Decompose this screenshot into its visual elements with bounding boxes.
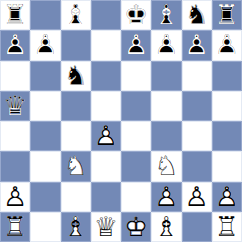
square-a6[interactable]	[0, 61, 30, 91]
piece-black-pawn[interactable]: ♟♙	[0, 30, 30, 60]
square-c6[interactable]: ♞♘	[61, 61, 91, 91]
square-f2[interactable]: ♟♙	[151, 182, 181, 212]
piece-white-knight[interactable]: ♞♘	[151, 151, 181, 181]
piece-glyph-outline: ♘	[64, 151, 88, 181]
square-b7[interactable]: ♟♙	[30, 30, 60, 60]
piece-glyph-outline: ♙	[94, 121, 118, 151]
piece-glyph-outline: ♗	[64, 212, 88, 242]
square-c7[interactable]	[61, 30, 91, 60]
piece-black-knight[interactable]: ♞♘	[61, 61, 91, 91]
square-a2[interactable]: ♟♙	[0, 182, 30, 212]
piece-glyph-outline: ♕	[94, 212, 118, 242]
square-h2[interactable]: ♟♙	[212, 182, 242, 212]
square-h6[interactable]	[212, 61, 242, 91]
piece-black-knight[interactable]: ♞♘	[182, 0, 212, 30]
piece-white-bishop[interactable]: ♝♗	[61, 212, 91, 242]
square-f3[interactable]: ♞♘	[151, 151, 181, 181]
square-g7[interactable]: ♟♙	[182, 30, 212, 60]
piece-white-rook[interactable]: ♜♖	[0, 212, 30, 242]
piece-glyph-outline: ♔	[124, 212, 148, 242]
square-h7[interactable]: ♟♙	[212, 30, 242, 60]
square-c2[interactable]	[61, 182, 91, 212]
square-h1[interactable]: ♜♖	[212, 212, 242, 242]
square-e6[interactable]	[121, 61, 151, 91]
piece-glyph-outline: ♗	[64, 0, 88, 30]
piece-glyph-outline: ♕	[3, 91, 27, 121]
square-a1[interactable]: ♜♖	[0, 212, 30, 242]
piece-glyph-outline: ♙	[185, 30, 209, 60]
piece-white-queen[interactable]: ♛♕	[91, 212, 121, 242]
square-b5[interactable]	[30, 91, 60, 121]
square-g2[interactable]: ♟♙	[182, 182, 212, 212]
square-f5[interactable]	[151, 91, 181, 121]
piece-glyph-outline: ♖	[3, 0, 27, 30]
piece-black-bishop[interactable]: ♝♗	[61, 0, 91, 30]
piece-black-king[interactable]: ♚♔	[121, 0, 151, 30]
square-a5[interactable]: ♛♕	[0, 91, 30, 121]
square-g6[interactable]	[182, 61, 212, 91]
square-d3[interactable]	[91, 151, 121, 181]
piece-black-rook[interactable]: ♜♖	[0, 0, 30, 30]
square-h3[interactable]	[212, 151, 242, 181]
square-b1[interactable]	[30, 212, 60, 242]
piece-black-pawn[interactable]: ♟♙	[121, 30, 151, 60]
square-g3[interactable]	[182, 151, 212, 181]
chess-board: ♜♖♝♗♚♔♝♗♞♘♜♖♟♙♟♙♟♙♟♙♟♙♟♙♞♘♛♕♟♙♞♘♞♘♟♙♟♙♟♙…	[0, 0, 242, 242]
square-g4[interactable]	[182, 121, 212, 151]
square-b2[interactable]	[30, 182, 60, 212]
square-e3[interactable]	[121, 151, 151, 181]
square-e5[interactable]	[121, 91, 151, 121]
square-h8[interactable]: ♜♖	[212, 0, 242, 30]
square-e7[interactable]: ♟♙	[121, 30, 151, 60]
square-f8[interactable]: ♝♗	[151, 0, 181, 30]
piece-glyph-outline: ♖	[3, 212, 27, 242]
square-c8[interactable]: ♝♗	[61, 0, 91, 30]
square-e4[interactable]	[121, 121, 151, 151]
square-d4[interactable]: ♟♙	[91, 121, 121, 151]
piece-white-pawn[interactable]: ♟♙	[182, 182, 212, 212]
square-c1[interactable]: ♝♗	[61, 212, 91, 242]
square-f7[interactable]: ♟♙	[151, 30, 181, 60]
square-d8[interactable]	[91, 0, 121, 30]
piece-glyph-outline: ♗	[154, 212, 178, 242]
piece-glyph-outline: ♙	[185, 182, 209, 212]
piece-white-rook[interactable]: ♜♖	[212, 212, 242, 242]
piece-glyph-outline: ♙	[154, 30, 178, 60]
square-c3[interactable]: ♞♘	[61, 151, 91, 181]
square-h5[interactable]	[212, 91, 242, 121]
piece-glyph-outline: ♙	[3, 182, 27, 212]
square-h4[interactable]	[212, 121, 242, 151]
piece-white-king[interactable]: ♚♔	[121, 212, 151, 242]
piece-white-pawn[interactable]: ♟♙	[151, 182, 181, 212]
square-g1[interactable]	[182, 212, 212, 242]
square-c5[interactable]	[61, 91, 91, 121]
square-f6[interactable]	[151, 61, 181, 91]
square-d7[interactable]	[91, 30, 121, 60]
piece-black-queen[interactable]: ♛♕	[0, 91, 30, 121]
square-d1[interactable]: ♛♕	[91, 212, 121, 242]
piece-glyph-outline: ♙	[3, 30, 27, 60]
square-g5[interactable]	[182, 91, 212, 121]
piece-black-pawn[interactable]: ♟♙	[212, 30, 242, 60]
square-e2[interactable]	[121, 182, 151, 212]
square-a4[interactable]	[0, 121, 30, 151]
square-d6[interactable]	[91, 61, 121, 91]
piece-glyph-outline: ♙	[124, 30, 148, 60]
piece-glyph-outline: ♘	[64, 61, 88, 91]
piece-glyph-outline: ♖	[215, 0, 239, 30]
piece-white-pawn[interactable]: ♟♙	[91, 121, 121, 151]
piece-black-bishop[interactable]: ♝♗	[151, 0, 181, 30]
square-b8[interactable]	[30, 0, 60, 30]
piece-white-pawn[interactable]: ♟♙	[212, 182, 242, 212]
square-a3[interactable]	[0, 151, 30, 181]
square-f1[interactable]: ♝♗	[151, 212, 181, 242]
piece-glyph-outline: ♖	[215, 212, 239, 242]
square-d2[interactable]	[91, 182, 121, 212]
square-c4[interactable]	[61, 121, 91, 151]
piece-black-pawn[interactable]: ♟♙	[30, 30, 60, 60]
piece-glyph-outline: ♗	[154, 0, 178, 30]
piece-white-bishop[interactable]: ♝♗	[151, 212, 181, 242]
square-b4[interactable]	[30, 121, 60, 151]
square-d5[interactable]	[91, 91, 121, 121]
piece-glyph-outline: ♙	[215, 30, 239, 60]
piece-glyph-outline: ♘	[154, 151, 178, 181]
square-g8[interactable]: ♞♘	[182, 0, 212, 30]
square-f4[interactable]	[151, 121, 181, 151]
piece-glyph-outline: ♙	[154, 182, 178, 212]
piece-black-pawn[interactable]: ♟♙	[182, 30, 212, 60]
piece-black-rook[interactable]: ♜♖	[212, 0, 242, 30]
piece-white-knight[interactable]: ♞♘	[61, 151, 91, 181]
square-a8[interactable]: ♜♖	[0, 0, 30, 30]
piece-glyph-outline: ♔	[124, 0, 148, 30]
piece-glyph-outline: ♘	[185, 0, 209, 30]
square-b6[interactable]	[30, 61, 60, 91]
piece-black-pawn[interactable]: ♟♙	[151, 30, 181, 60]
piece-glyph-outline: ♙	[33, 30, 57, 60]
piece-glyph-outline: ♙	[215, 182, 239, 212]
square-a7[interactable]: ♟♙	[0, 30, 30, 60]
square-e8[interactable]: ♚♔	[121, 0, 151, 30]
square-b3[interactable]	[30, 151, 60, 181]
square-e1[interactable]: ♚♔	[121, 212, 151, 242]
piece-white-pawn[interactable]: ♟♙	[0, 182, 30, 212]
